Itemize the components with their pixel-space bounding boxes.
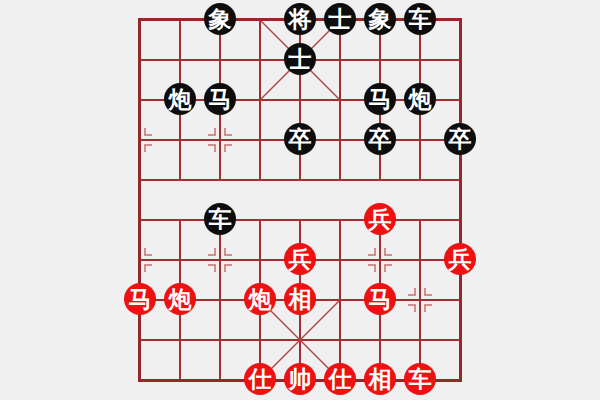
pieces-layer: 象将士象车士炮马马炮卒卒卒车兵兵兵马炮炮相马仕帅仕相车 (140, 20, 460, 380)
piece-red-general[interactable]: 帅 (284, 363, 316, 395)
piece-red-soldier[interactable]: 兵 (364, 203, 396, 235)
piece-black-cannon[interactable]: 炮 (404, 83, 436, 115)
piece-black-elephant[interactable]: 象 (204, 3, 236, 35)
piece-black-general[interactable]: 将 (284, 3, 316, 35)
piece-black-soldier[interactable]: 卒 (284, 123, 316, 155)
piece-red-elephant[interactable]: 相 (364, 363, 396, 395)
piece-black-horse[interactable]: 马 (204, 83, 236, 115)
piece-black-advisor[interactable]: 士 (284, 43, 316, 75)
piece-red-cannon[interactable]: 炮 (244, 283, 276, 315)
piece-black-advisor[interactable]: 士 (324, 3, 356, 35)
piece-red-advisor[interactable]: 仕 (324, 363, 356, 395)
piece-black-elephant[interactable]: 象 (364, 3, 396, 35)
piece-red-cannon[interactable]: 炮 (164, 283, 196, 315)
piece-black-chariot[interactable]: 车 (404, 3, 436, 35)
piece-red-soldier[interactable]: 兵 (284, 243, 316, 275)
piece-black-chariot[interactable]: 车 (204, 203, 236, 235)
piece-red-horse[interactable]: 马 (124, 283, 156, 315)
piece-black-soldier[interactable]: 卒 (444, 123, 476, 155)
piece-red-horse[interactable]: 马 (364, 283, 396, 315)
piece-red-soldier[interactable]: 兵 (444, 243, 476, 275)
piece-black-cannon[interactable]: 炮 (164, 83, 196, 115)
piece-black-horse[interactable]: 马 (364, 83, 396, 115)
xiangqi-board[interactable]: 象将士象车士炮马马炮卒卒卒车兵兵兵马炮炮相马仕帅仕相车 (140, 20, 460, 380)
page-background: 象将士象车士炮马马炮卒卒卒车兵兵兵马炮炮相马仕帅仕相车 (0, 0, 600, 400)
piece-red-advisor[interactable]: 仕 (244, 363, 276, 395)
piece-black-soldier[interactable]: 卒 (364, 123, 396, 155)
piece-red-elephant[interactable]: 相 (284, 283, 316, 315)
piece-red-chariot[interactable]: 车 (404, 363, 436, 395)
